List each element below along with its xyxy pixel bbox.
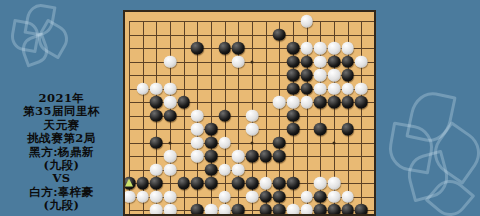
black-stone [287, 42, 300, 55]
black-stone [314, 190, 327, 203]
black-stone [177, 177, 190, 190]
black-stone [273, 177, 286, 190]
white-stone [300, 96, 313, 109]
hoshi-point [333, 141, 336, 144]
white-stone [191, 136, 204, 149]
white-stone [191, 109, 204, 122]
grid-line-horizontal [129, 21, 376, 22]
white-stone [123, 190, 135, 203]
black-stone [341, 69, 354, 82]
white-stone [136, 190, 149, 203]
black-stone [300, 69, 313, 82]
grid-line-vertical [375, 21, 376, 216]
black-stone [205, 123, 218, 136]
black-stone [191, 42, 204, 55]
grid-line-horizontal [129, 35, 376, 36]
black-stone [273, 136, 286, 149]
white-stone [150, 82, 163, 95]
white-stone [164, 204, 177, 216]
black-stone [355, 96, 368, 109]
event-info-line: 白方:辜梓豪 [0, 186, 123, 199]
black-stone [341, 96, 354, 109]
white-stone [300, 204, 313, 216]
black-stone [287, 177, 300, 190]
hoshi-point [169, 141, 172, 144]
white-stone [314, 55, 327, 68]
black-stone [218, 42, 231, 55]
white-stone [287, 204, 300, 216]
event-info-panel: 2021年第35届同里杯天元赛挑战赛第2局黑方:杨鼎新(九段)VS白方:辜梓豪(… [0, 0, 123, 216]
black-stone [246, 150, 259, 163]
white-stone [164, 96, 177, 109]
white-stone [314, 42, 327, 55]
white-stone [150, 204, 163, 216]
black-stone [341, 55, 354, 68]
white-stone [314, 69, 327, 82]
white-stone [314, 82, 327, 95]
black-stone [273, 190, 286, 203]
white-stone [164, 150, 177, 163]
white-stone [355, 55, 368, 68]
last-move-triangle-marker [125, 179, 133, 187]
black-stone [232, 42, 245, 55]
event-info-line: 天元赛 [0, 119, 123, 132]
white-stone [341, 82, 354, 95]
hoshi-point [251, 141, 254, 144]
black-stone [273, 150, 286, 163]
event-info-line: 2021年 [0, 92, 123, 105]
white-stone [273, 96, 286, 109]
white-stone [232, 163, 245, 176]
black-stone [150, 96, 163, 109]
event-info-line: VS [0, 172, 123, 185]
black-stone [328, 55, 341, 68]
black-stone [259, 204, 272, 216]
white-stone [136, 82, 149, 95]
black-stone [191, 177, 204, 190]
white-stone [328, 82, 341, 95]
white-stone [246, 109, 259, 122]
event-info-line: (九段) [0, 159, 123, 172]
black-stone [287, 82, 300, 95]
white-stone [259, 177, 272, 190]
white-stone [218, 136, 231, 149]
black-stone [328, 204, 341, 216]
white-stone [328, 190, 341, 203]
white-stone [191, 123, 204, 136]
black-stone [341, 123, 354, 136]
white-stone [218, 190, 231, 203]
black-stone [218, 109, 231, 122]
black-stone [150, 136, 163, 149]
black-stone [259, 190, 272, 203]
white-stone [300, 42, 313, 55]
white-stone [218, 163, 231, 176]
black-stone [205, 163, 218, 176]
black-stone [287, 69, 300, 82]
white-stone [287, 96, 300, 109]
black-stone [191, 204, 204, 216]
black-stone [232, 177, 245, 190]
white-stone [300, 190, 313, 203]
white-stone [328, 177, 341, 190]
black-stone [287, 123, 300, 136]
white-stone [246, 190, 259, 203]
white-stone [150, 190, 163, 203]
black-stone [273, 28, 286, 41]
black-stone [259, 150, 272, 163]
event-info-line: 第35届同里杯 [0, 105, 123, 118]
white-stone [191, 150, 204, 163]
black-stone [314, 123, 327, 136]
white-stone [355, 82, 368, 95]
black-stone [328, 96, 341, 109]
black-stone [341, 204, 354, 216]
black-stone [205, 177, 218, 190]
black-stone [287, 55, 300, 68]
black-stone [136, 177, 149, 190]
white-stone [341, 42, 354, 55]
flower-ornament-right [388, 92, 480, 216]
black-stone [300, 55, 313, 68]
black-stone [150, 109, 163, 122]
black-stone [232, 204, 245, 216]
white-stone [218, 204, 231, 216]
black-stone [205, 150, 218, 163]
white-stone [328, 42, 341, 55]
white-stone [232, 150, 245, 163]
white-stone [232, 55, 245, 68]
white-stone [164, 163, 177, 176]
black-stone [246, 177, 259, 190]
black-stone [314, 204, 327, 216]
white-stone [150, 163, 163, 176]
event-info-line: 黑方:杨鼎新 [0, 146, 123, 159]
grid-line-vertical [361, 21, 362, 216]
white-stone [328, 69, 341, 82]
white-stone [164, 190, 177, 203]
event-info-line: 挑战赛第2局 [0, 132, 123, 145]
white-stone [314, 177, 327, 190]
black-stone [164, 109, 177, 122]
white-stone [205, 204, 218, 216]
white-stone [164, 55, 177, 68]
white-stone [341, 190, 354, 203]
hoshi-point [251, 60, 254, 63]
black-stone [205, 136, 218, 149]
black-stone [273, 204, 286, 216]
black-stone [150, 177, 163, 190]
black-stone [300, 82, 313, 95]
go-board[interactable] [123, 10, 376, 216]
black-stone [355, 204, 368, 216]
white-stone [300, 15, 313, 28]
event-info-line: (九段) [0, 199, 123, 212]
white-stone [164, 82, 177, 95]
black-stone [177, 96, 190, 109]
white-stone [246, 123, 259, 136]
broadcast-graphic: 2021年第35届同里杯天元赛挑战赛第2局黑方:杨鼎新(九段)VS白方:辜梓豪(… [0, 0, 480, 216]
black-stone [287, 109, 300, 122]
black-stone [314, 96, 327, 109]
